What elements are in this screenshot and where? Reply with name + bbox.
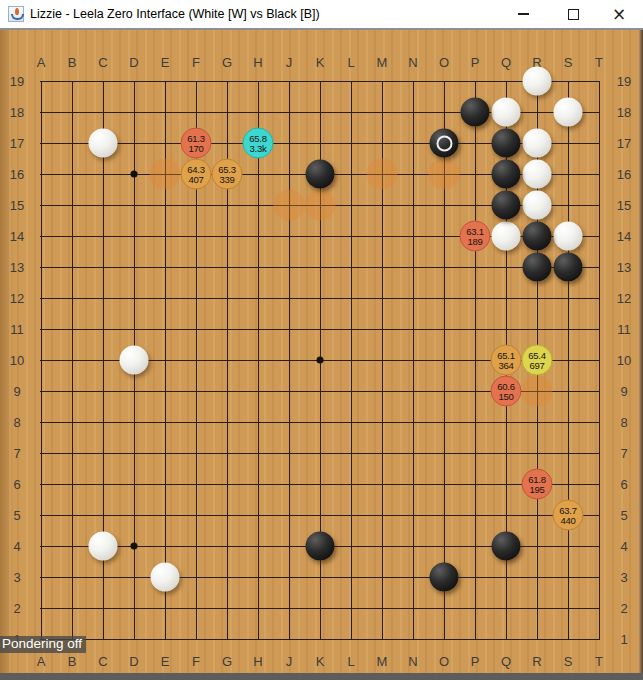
coord-label: 12 — [617, 291, 631, 306]
go-board[interactable]: AABBCCDDEEFFGGHHJJKKLLMMNNOOPPQQRRSSTT19… — [0, 30, 643, 680]
maximize-button[interactable] — [551, 0, 595, 28]
winrate-value: 60.6 — [497, 381, 514, 391]
pondering-status: Pondering off — [0, 636, 86, 653]
white-stone-S18 — [554, 98, 583, 127]
close-icon: × — [612, 6, 626, 23]
coord-label: S — [564, 654, 573, 669]
coord-label: 4 — [13, 539, 20, 554]
coord-label: N — [408, 654, 417, 669]
analysis-move-S5[interactable]: 63.7440 — [553, 500, 584, 531]
analysis-move-R10[interactable]: 65.4697 — [522, 345, 553, 376]
visits-value: 150 — [499, 391, 514, 401]
winrate-value: 63.1 — [466, 226, 483, 236]
coord-label: K — [316, 654, 325, 669]
white-stone-R15 — [523, 191, 552, 220]
winrate-value: 61.8 — [528, 474, 545, 484]
coord-label: K — [316, 55, 325, 70]
analysis-move-P14[interactable]: 63.1189 — [460, 221, 491, 252]
analysis-move-G16[interactable]: 65.3339 — [212, 159, 243, 190]
coord-label: 6 — [13, 477, 20, 492]
coord-label: 2 — [620, 601, 627, 616]
black-stone-O17 — [430, 129, 459, 158]
black-stone-P18 — [461, 98, 490, 127]
coord-label: Q — [501, 654, 511, 669]
coord-label: B — [68, 55, 77, 70]
analysis-ghost-M16 — [367, 159, 398, 190]
white-stone-Q14 — [492, 222, 521, 251]
winrate-value: 64.3 — [187, 164, 204, 174]
coord-label: 1 — [620, 632, 627, 647]
white-stone-Q18 — [492, 98, 521, 127]
coord-label: 17 — [617, 136, 631, 151]
coord-label: M — [377, 654, 388, 669]
coord-label: T — [595, 654, 603, 669]
coord-label: F — [192, 55, 200, 70]
white-stone-R17 — [523, 129, 552, 158]
coord-label: 11 — [10, 322, 24, 337]
analysis-move-Q9[interactable]: 60.6150 — [491, 376, 522, 407]
black-stone-O3 — [430, 563, 459, 592]
coord-label: 5 — [13, 508, 20, 523]
coord-label: O — [439, 55, 449, 70]
coord-label: 13 — [617, 260, 631, 275]
visits-value: 440 — [561, 515, 576, 525]
minimize-icon — [518, 13, 529, 15]
coord-label: E — [161, 654, 170, 669]
analysis-move-Q10[interactable]: 65.1364 — [491, 345, 522, 376]
coord-label: B — [68, 654, 77, 669]
lizzie-window: Lizzie - Leela Zero Interface (White [W]… — [0, 0, 643, 680]
coord-label: G — [222, 55, 232, 70]
analysis-move-R6[interactable]: 61.8195 — [522, 469, 553, 500]
analysis-ghost-J15 — [274, 190, 305, 221]
coord-label: 7 — [620, 446, 627, 461]
coord-label: C — [98, 654, 107, 669]
winrate-value: 63.7 — [559, 505, 576, 515]
coord-label: 14 — [617, 229, 631, 244]
coord-label: J — [286, 654, 293, 669]
coord-label: 15 — [10, 198, 24, 213]
visits-value: 339 — [220, 174, 235, 184]
window-bottom-edge — [0, 673, 643, 680]
visits-value: 3.3k — [250, 143, 267, 153]
coord-label: H — [253, 654, 262, 669]
black-stone-Q17 — [492, 129, 521, 158]
coord-label: N — [408, 55, 417, 70]
coord-label: 9 — [620, 384, 627, 399]
visits-value: 407 — [189, 174, 204, 184]
coord-label: 11 — [617, 322, 631, 337]
coord-label: 17 — [10, 136, 24, 151]
coord-label: 7 — [13, 446, 20, 461]
coord-label: E — [161, 55, 170, 70]
analysis-ghost-E16 — [150, 159, 181, 190]
coord-label: A — [37, 55, 46, 70]
black-stone-R13 — [523, 253, 552, 282]
coord-label: 16 — [10, 167, 24, 182]
maximize-icon — [568, 9, 579, 20]
winrate-value: 65.4 — [528, 350, 545, 360]
white-stone-C17 — [89, 129, 118, 158]
coord-label: 18 — [617, 105, 631, 120]
black-stone-K16 — [306, 160, 335, 189]
black-stone-Q4 — [492, 532, 521, 561]
coord-label: 18 — [10, 105, 24, 120]
coord-label: D — [129, 654, 138, 669]
analysis-move-F16[interactable]: 64.3407 — [181, 159, 212, 190]
coord-label: T — [595, 55, 603, 70]
star-point — [131, 543, 138, 550]
white-stone-R16 — [523, 160, 552, 189]
black-stone-K4 — [306, 532, 335, 561]
coord-label: O — [439, 654, 449, 669]
coord-label: R — [532, 654, 541, 669]
window-right-edge — [638, 30, 643, 680]
visits-value: 697 — [530, 360, 545, 370]
coord-label: 10 — [10, 353, 24, 368]
coord-label: Q — [501, 55, 511, 70]
window-title: Lizzie - Leela Zero Interface (White [W]… — [30, 7, 320, 21]
coord-label: 19 — [617, 74, 631, 89]
white-stone-S14 — [554, 222, 583, 251]
coord-label: L — [347, 654, 354, 669]
title-bar[interactable]: Lizzie - Leela Zero Interface (White [W]… — [0, 0, 643, 30]
visits-value: 189 — [468, 236, 483, 246]
analysis-move-H17[interactable]: 65.83.3k — [243, 128, 274, 159]
visits-value: 195 — [530, 484, 545, 494]
white-stone-C4 — [89, 532, 118, 561]
coord-label: 12 — [10, 291, 24, 306]
analysis-ghost-O16 — [429, 159, 460, 190]
coord-label: F — [192, 654, 200, 669]
black-stone-S13 — [554, 253, 583, 282]
coord-label: H — [253, 55, 262, 70]
coord-label: D — [129, 55, 138, 70]
coord-label: 8 — [13, 415, 20, 430]
java-coffee-cup-icon — [8, 6, 24, 22]
coord-label: C — [98, 55, 107, 70]
white-stone-D10 — [120, 346, 149, 375]
black-stone-R14 — [523, 222, 552, 251]
coord-label: 6 — [620, 477, 627, 492]
winrate-value: 65.3 — [218, 164, 235, 174]
coord-label: P — [471, 654, 480, 669]
coord-label: M — [377, 55, 388, 70]
winrate-value: 61.3 — [187, 133, 204, 143]
analysis-ghost-R9 — [522, 376, 553, 407]
coord-label: 8 — [620, 415, 627, 430]
star-point — [131, 171, 138, 178]
coord-label: P — [471, 55, 480, 70]
white-stone-R19 — [523, 67, 552, 96]
minimize-button[interactable] — [501, 0, 545, 28]
winrate-value: 65.8 — [249, 133, 266, 143]
coord-label: 5 — [620, 508, 627, 523]
coord-label: 9 — [13, 384, 20, 399]
visits-value: 364 — [499, 360, 514, 370]
winrate-value: 65.1 — [497, 350, 514, 360]
coord-label: J — [286, 55, 293, 70]
coord-label: 19 — [10, 74, 24, 89]
coord-label: A — [37, 654, 46, 669]
black-stone-Q15 — [492, 191, 521, 220]
coord-label: 13 — [10, 260, 24, 275]
black-stone-Q16 — [492, 160, 521, 189]
white-stone-E3 — [151, 563, 180, 592]
coord-label: 10 — [617, 353, 631, 368]
coord-label: 15 — [617, 198, 631, 213]
coord-label: 4 — [620, 539, 627, 554]
analysis-ghost-K15 — [305, 190, 336, 221]
coord-label: 16 — [617, 167, 631, 182]
close-button[interactable]: × — [597, 0, 641, 28]
coord-label: L — [347, 55, 354, 70]
star-point — [317, 357, 324, 364]
visits-value: 170 — [189, 143, 204, 153]
coord-label: 14 — [10, 229, 24, 244]
coord-label: S — [564, 55, 573, 70]
last-move-marker — [436, 135, 452, 151]
coord-label: 3 — [620, 570, 627, 585]
coord-label: 3 — [13, 570, 20, 585]
coord-label: 2 — [13, 601, 20, 616]
analysis-move-F17[interactable]: 61.3170 — [181, 128, 212, 159]
coord-label: G — [222, 654, 232, 669]
